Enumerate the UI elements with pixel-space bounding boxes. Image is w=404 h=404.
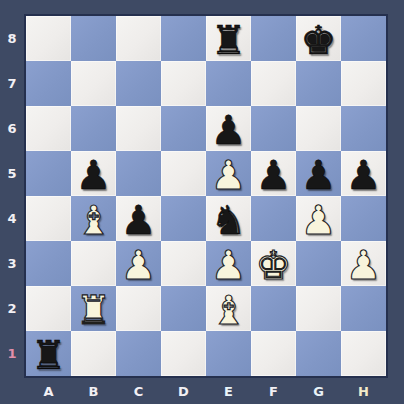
- piece-white-bishop: ♝: [211, 290, 247, 330]
- square-e6[interactable]: ♟: [206, 106, 251, 151]
- rank-label-4: 4: [0, 196, 24, 241]
- chess-board: ♜♚♟♟♟♟♟♟♝♟♞♟♟♟♚♟♜♝♜: [24, 14, 388, 378]
- file-labels: ABCDEFGH: [26, 378, 386, 404]
- square-f8[interactable]: [251, 16, 296, 61]
- square-b1[interactable]: [71, 331, 116, 376]
- square-h7[interactable]: [341, 61, 386, 106]
- square-c6[interactable]: [116, 106, 161, 151]
- square-g6[interactable]: [296, 106, 341, 151]
- square-g5[interactable]: ♟: [296, 151, 341, 196]
- square-h5[interactable]: ♟: [341, 151, 386, 196]
- piece-black-knight: ♞: [211, 200, 247, 240]
- square-e1[interactable]: [206, 331, 251, 376]
- square-a7[interactable]: [26, 61, 71, 106]
- square-h1[interactable]: [341, 331, 386, 376]
- square-a8[interactable]: [26, 16, 71, 61]
- square-e8[interactable]: ♜: [206, 16, 251, 61]
- square-c2[interactable]: [116, 286, 161, 331]
- square-g4[interactable]: ♟: [296, 196, 341, 241]
- square-c1[interactable]: [116, 331, 161, 376]
- square-f7[interactable]: [251, 61, 296, 106]
- piece-white-king: ♚: [256, 245, 292, 285]
- square-b5[interactable]: ♟: [71, 151, 116, 196]
- square-a4[interactable]: [26, 196, 71, 241]
- square-e3[interactable]: ♟: [206, 241, 251, 286]
- square-c8[interactable]: [116, 16, 161, 61]
- rank-label-7: 7: [0, 61, 24, 106]
- piece-white-pawn: ♟: [301, 200, 337, 240]
- piece-black-pawn: ♟: [76, 155, 112, 195]
- file-label-g: G: [296, 378, 341, 404]
- square-c4[interactable]: ♟: [116, 196, 161, 241]
- piece-black-pawn: ♟: [301, 155, 337, 195]
- square-d1[interactable]: [161, 331, 206, 376]
- file-label-c: C: [116, 378, 161, 404]
- square-f6[interactable]: [251, 106, 296, 151]
- rank-label-1: 1: [0, 331, 24, 376]
- file-label-a: A: [26, 378, 71, 404]
- piece-white-bishop: ♝: [76, 200, 112, 240]
- piece-black-pawn: ♟: [256, 155, 292, 195]
- square-f5[interactable]: ♟: [251, 151, 296, 196]
- square-c7[interactable]: [116, 61, 161, 106]
- piece-black-rook: ♜: [31, 335, 67, 375]
- piece-white-pawn: ♟: [211, 155, 247, 195]
- square-e5[interactable]: ♟: [206, 151, 251, 196]
- square-a1[interactable]: ♜: [26, 331, 71, 376]
- square-b4[interactable]: ♝: [71, 196, 116, 241]
- square-c3[interactable]: ♟: [116, 241, 161, 286]
- rank-labels: 87654321: [0, 16, 24, 376]
- square-d3[interactable]: [161, 241, 206, 286]
- square-h4[interactable]: [341, 196, 386, 241]
- square-f1[interactable]: [251, 331, 296, 376]
- square-e2[interactable]: ♝: [206, 286, 251, 331]
- square-b3[interactable]: [71, 241, 116, 286]
- piece-black-pawn: ♟: [211, 110, 247, 150]
- square-d2[interactable]: [161, 286, 206, 331]
- square-a6[interactable]: [26, 106, 71, 151]
- piece-white-pawn: ♟: [346, 245, 382, 285]
- square-g7[interactable]: [296, 61, 341, 106]
- square-h6[interactable]: [341, 106, 386, 151]
- file-label-f: F: [251, 378, 296, 404]
- file-label-h: H: [341, 378, 386, 404]
- square-d7[interactable]: [161, 61, 206, 106]
- square-b6[interactable]: [71, 106, 116, 151]
- square-d6[interactable]: [161, 106, 206, 151]
- square-d5[interactable]: [161, 151, 206, 196]
- chess-diagram: 87654321 ♜♚♟♟♟♟♟♟♝♟♞♟♟♟♚♟♜♝♜ ABCDEFGH: [0, 0, 404, 404]
- square-c5[interactable]: [116, 151, 161, 196]
- piece-black-pawn: ♟: [346, 155, 382, 195]
- square-g8[interactable]: ♚: [296, 16, 341, 61]
- square-f4[interactable]: [251, 196, 296, 241]
- file-label-d: D: [161, 378, 206, 404]
- rank-label-8: 8: [0, 16, 24, 61]
- file-label-b: B: [71, 378, 116, 404]
- piece-white-pawn: ♟: [121, 245, 157, 285]
- square-g3[interactable]: [296, 241, 341, 286]
- square-f2[interactable]: [251, 286, 296, 331]
- square-g1[interactable]: [296, 331, 341, 376]
- square-h8[interactable]: [341, 16, 386, 61]
- square-e7[interactable]: [206, 61, 251, 106]
- piece-black-king: ♚: [301, 20, 337, 60]
- piece-black-pawn: ♟: [121, 200, 157, 240]
- piece-white-rook: ♜: [76, 290, 112, 330]
- square-b8[interactable]: [71, 16, 116, 61]
- square-f3[interactable]: ♚: [251, 241, 296, 286]
- rank-label-5: 5: [0, 151, 24, 196]
- square-b2[interactable]: ♜: [71, 286, 116, 331]
- square-d8[interactable]: [161, 16, 206, 61]
- square-h2[interactable]: [341, 286, 386, 331]
- piece-white-pawn: ♟: [211, 245, 247, 285]
- square-g2[interactable]: [296, 286, 341, 331]
- square-a3[interactable]: [26, 241, 71, 286]
- square-e4[interactable]: ♞: [206, 196, 251, 241]
- piece-black-rook: ♜: [211, 20, 247, 60]
- square-h3[interactable]: ♟: [341, 241, 386, 286]
- square-a2[interactable]: [26, 286, 71, 331]
- rank-label-6: 6: [0, 106, 24, 151]
- rank-label-3: 3: [0, 241, 24, 286]
- file-label-e: E: [206, 378, 251, 404]
- square-a5[interactable]: [26, 151, 71, 196]
- square-d4[interactable]: [161, 196, 206, 241]
- rank-label-2: 2: [0, 286, 24, 331]
- square-b7[interactable]: [71, 61, 116, 106]
